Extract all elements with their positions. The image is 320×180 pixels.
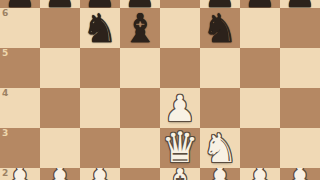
- square-b4[interactable]: [40, 88, 80, 128]
- square-e5[interactable]: [160, 48, 200, 88]
- piece-white-bishop-e2[interactable]: ♝: [163, 168, 197, 180]
- square-d6[interactable]: ♝: [120, 8, 160, 48]
- square-g2[interactable]: ♟: [240, 168, 280, 180]
- square-f5[interactable]: [200, 48, 240, 88]
- square-e2[interactable]: ♝: [160, 168, 200, 180]
- square-g4[interactable]: [240, 88, 280, 128]
- coord-rank-3: 3: [2, 129, 8, 138]
- coord-rank-4: 4: [2, 89, 8, 98]
- piece-white-knight-f3[interactable]: ♞: [202, 128, 238, 168]
- square-g5[interactable]: [240, 48, 280, 88]
- square-a4[interactable]: 4: [0, 88, 40, 128]
- piece-white-pawn-c2[interactable]: ♟: [84, 168, 116, 180]
- square-c7[interactable]: ♟: [80, 0, 120, 8]
- piece-white-queen-e3[interactable]: ♛: [161, 128, 199, 168]
- square-h4[interactable]: [280, 88, 320, 128]
- square-h6[interactable]: [280, 8, 320, 48]
- piece-black-pawn-f7[interactable]: ♟: [204, 0, 236, 8]
- square-f7[interactable]: ♟: [200, 0, 240, 8]
- square-f3[interactable]: ♞: [200, 128, 240, 168]
- coord-rank-5: 5: [2, 49, 8, 58]
- square-g7[interactable]: ♟: [240, 0, 280, 8]
- square-h3[interactable]: [280, 128, 320, 168]
- coord-rank-6: 6: [2, 9, 8, 18]
- square-b6[interactable]: [40, 8, 80, 48]
- square-f2[interactable]: ♟: [200, 168, 240, 180]
- square-d4[interactable]: [120, 88, 160, 128]
- square-a5[interactable]: 5: [0, 48, 40, 88]
- square-d7[interactable]: ♟: [120, 0, 160, 8]
- square-g6[interactable]: [240, 8, 280, 48]
- square-e3[interactable]: ♛: [160, 128, 200, 168]
- square-e6[interactable]: [160, 8, 200, 48]
- square-e4[interactable]: ♟: [160, 88, 200, 128]
- piece-white-pawn-e4[interactable]: ♟: [164, 91, 196, 127]
- square-h2[interactable]: ♟: [280, 168, 320, 180]
- piece-black-bishop-d6[interactable]: ♝: [122, 8, 158, 48]
- piece-black-knight-c6[interactable]: ♞: [82, 8, 118, 48]
- square-c2[interactable]: ♟: [80, 168, 120, 180]
- square-g3[interactable]: [240, 128, 280, 168]
- chess-board: ♟♟♟♟♟♟♟6♞♝♞54♟3♛♞2♟♟♟♝♟♟♟: [0, 0, 320, 180]
- square-d3[interactable]: [120, 128, 160, 168]
- square-h7[interactable]: ♟: [280, 0, 320, 8]
- square-a6[interactable]: 6: [0, 8, 40, 48]
- piece-black-pawn-g7[interactable]: ♟: [244, 0, 276, 8]
- square-d5[interactable]: [120, 48, 160, 88]
- square-f6[interactable]: ♞: [200, 8, 240, 48]
- piece-black-pawn-c7[interactable]: ♟: [84, 0, 116, 8]
- piece-black-pawn-a7[interactable]: ♟: [4, 0, 36, 8]
- square-e7[interactable]: [160, 0, 200, 8]
- piece-black-pawn-b7[interactable]: ♟: [44, 0, 76, 8]
- piece-black-pawn-d7[interactable]: ♟: [124, 0, 156, 8]
- piece-white-pawn-g2[interactable]: ♟: [244, 168, 276, 180]
- piece-white-pawn-a2[interactable]: ♟: [4, 168, 36, 180]
- square-b5[interactable]: [40, 48, 80, 88]
- piece-black-knight-f6[interactable]: ♞: [202, 8, 238, 48]
- piece-white-pawn-f2[interactable]: ♟: [204, 168, 236, 180]
- square-d2[interactable]: [120, 168, 160, 180]
- square-a7[interactable]: ♟: [0, 0, 40, 8]
- square-a3[interactable]: 3: [0, 128, 40, 168]
- piece-white-pawn-b2[interactable]: ♟: [44, 168, 76, 180]
- square-b7[interactable]: ♟: [40, 0, 80, 8]
- square-c3[interactable]: [80, 128, 120, 168]
- square-b3[interactable]: [40, 128, 80, 168]
- piece-black-pawn-h7[interactable]: ♟: [284, 0, 316, 8]
- piece-white-pawn-h2[interactable]: ♟: [284, 168, 316, 180]
- square-b2[interactable]: ♟: [40, 168, 80, 180]
- square-h5[interactable]: [280, 48, 320, 88]
- square-c4[interactable]: [80, 88, 120, 128]
- square-c6[interactable]: ♞: [80, 8, 120, 48]
- square-c5[interactable]: [80, 48, 120, 88]
- square-f4[interactable]: [200, 88, 240, 128]
- square-a2[interactable]: 2♟: [0, 168, 40, 180]
